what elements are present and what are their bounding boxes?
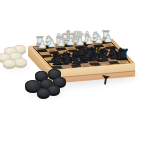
white-checker-piece: [3, 59, 16, 67]
black-checker-piece: [37, 88, 50, 97]
product-photo: ♜♞♝♛♚♝♞♜♟♟♟♟♟♟♟♟♟♟♟♟♟♟♟♟♜♞♝♛♚♝♞♜: [0, 0, 150, 150]
clasp-icon: [100, 73, 114, 86]
